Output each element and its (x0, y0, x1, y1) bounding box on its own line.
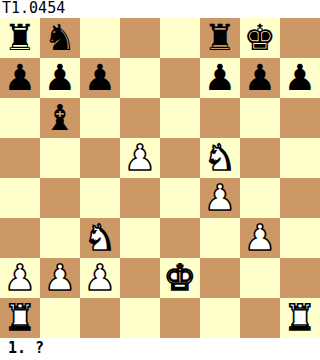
white-pawn-piece: ♟ (124, 138, 156, 178)
black-pawn-piece: ♟ (44, 58, 76, 98)
square-d8[interactable] (120, 18, 160, 58)
square-c7[interactable]: ♟ (80, 58, 120, 98)
black-rook-piece: ♜ (4, 18, 36, 58)
square-c6[interactable] (80, 98, 120, 138)
square-f1[interactable] (200, 298, 240, 338)
square-e8[interactable] (160, 18, 200, 58)
square-b3[interactable] (40, 218, 80, 258)
square-c4[interactable] (80, 178, 120, 218)
white-knight-piece: ♞ (204, 138, 236, 178)
square-b4[interactable] (40, 178, 80, 218)
white-pawn-piece: ♟ (84, 258, 116, 298)
square-g3[interactable]: ♟ (240, 218, 280, 258)
square-e1[interactable] (160, 298, 200, 338)
square-f7[interactable]: ♟ (200, 58, 240, 98)
square-g6[interactable] (240, 98, 280, 138)
square-h3[interactable] (280, 218, 320, 258)
black-pawn-piece: ♟ (84, 58, 116, 98)
square-d7[interactable] (120, 58, 160, 98)
square-g4[interactable] (240, 178, 280, 218)
white-rook-piece: ♜ (284, 298, 316, 338)
black-knight-piece: ♞ (44, 18, 76, 58)
white-pawn-piece: ♟ (4, 258, 36, 298)
black-pawn-piece: ♟ (244, 58, 276, 98)
square-d2[interactable] (120, 258, 160, 298)
square-a8[interactable]: ♜ (0, 18, 40, 58)
square-g2[interactable] (240, 258, 280, 298)
square-a7[interactable]: ♟ (0, 58, 40, 98)
square-c3[interactable]: ♞ (80, 218, 120, 258)
square-g5[interactable] (240, 138, 280, 178)
white-king-piece: ♚ (164, 258, 196, 298)
square-b7[interactable]: ♟ (40, 58, 80, 98)
puzzle-id: T1.0454 (0, 0, 320, 18)
square-a3[interactable] (0, 218, 40, 258)
black-pawn-piece: ♟ (4, 58, 36, 98)
square-h2[interactable] (280, 258, 320, 298)
black-king-piece: ♚ (244, 18, 276, 58)
square-c2[interactable]: ♟ (80, 258, 120, 298)
square-h8[interactable] (280, 18, 320, 58)
square-f5[interactable]: ♞ (200, 138, 240, 178)
square-e3[interactable] (160, 218, 200, 258)
square-b1[interactable] (40, 298, 80, 338)
square-e4[interactable] (160, 178, 200, 218)
square-a2[interactable]: ♟ (0, 258, 40, 298)
square-f6[interactable] (200, 98, 240, 138)
square-b5[interactable] (40, 138, 80, 178)
square-f8[interactable]: ♜ (200, 18, 240, 58)
square-d3[interactable] (120, 218, 160, 258)
square-e7[interactable] (160, 58, 200, 98)
black-pawn-piece: ♟ (204, 58, 236, 98)
square-g7[interactable]: ♟ (240, 58, 280, 98)
square-g8[interactable]: ♚ (240, 18, 280, 58)
square-a6[interactable] (0, 98, 40, 138)
white-rook-piece: ♜ (4, 298, 36, 338)
square-b6[interactable]: ♝ (40, 98, 80, 138)
white-pawn-piece: ♟ (44, 258, 76, 298)
square-d5[interactable]: ♟ (120, 138, 160, 178)
black-rook-piece: ♜ (204, 18, 236, 58)
square-h6[interactable] (280, 98, 320, 138)
square-f3[interactable] (200, 218, 240, 258)
square-f2[interactable] (200, 258, 240, 298)
square-f4[interactable]: ♟ (200, 178, 240, 218)
square-g1[interactable] (240, 298, 280, 338)
square-e2[interactable]: ♚ (160, 258, 200, 298)
square-b2[interactable]: ♟ (40, 258, 80, 298)
square-e6[interactable] (160, 98, 200, 138)
white-knight-piece: ♞ (84, 218, 116, 258)
square-a4[interactable] (0, 178, 40, 218)
square-d4[interactable] (120, 178, 160, 218)
square-h5[interactable] (280, 138, 320, 178)
square-d6[interactable] (120, 98, 160, 138)
square-b8[interactable]: ♞ (40, 18, 80, 58)
square-c1[interactable] (80, 298, 120, 338)
chess-board: ♜♞♜♚♟♟♟♟♟♟♝♟♞♟♞♟♟♟♟♚♜♜ (0, 18, 320, 338)
square-e5[interactable] (160, 138, 200, 178)
square-h4[interactable] (280, 178, 320, 218)
black-bishop-piece: ♝ (44, 98, 76, 138)
square-c8[interactable] (80, 18, 120, 58)
square-c5[interactable] (80, 138, 120, 178)
square-d1[interactable] (120, 298, 160, 338)
square-h1[interactable]: ♜ (280, 298, 320, 338)
white-pawn-piece: ♟ (204, 178, 236, 218)
square-a1[interactable]: ♜ (0, 298, 40, 338)
move-prompt: 1. ? (0, 338, 320, 360)
square-h7[interactable]: ♟ (280, 58, 320, 98)
square-a5[interactable] (0, 138, 40, 178)
white-pawn-piece: ♟ (244, 218, 276, 258)
black-pawn-piece: ♟ (284, 58, 316, 98)
